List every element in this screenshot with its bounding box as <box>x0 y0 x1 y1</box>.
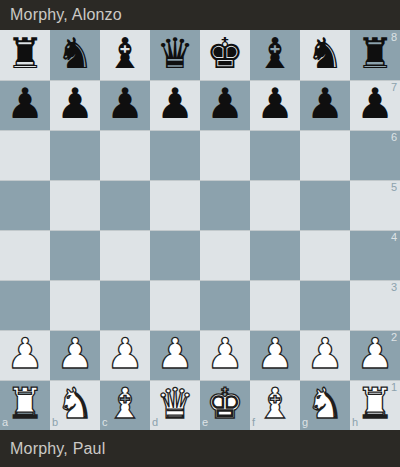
piece-black-bishop[interactable]: ♝ <box>256 33 294 75</box>
piece-black-king[interactable]: ♚ <box>206 33 244 75</box>
piece-black-pawn[interactable]: ♟ <box>256 83 294 125</box>
square-b1[interactable]: ♞b <box>50 380 100 430</box>
player-name-bottom: Morphy, Paul <box>10 440 105 458</box>
piece-white-rook[interactable]: ♜ <box>356 383 394 425</box>
square-h4[interactable]: 4 <box>350 230 400 280</box>
piece-black-pawn[interactable]: ♟ <box>156 83 194 125</box>
square-h2[interactable]: ♟2 <box>350 330 400 380</box>
square-e6[interactable] <box>200 130 250 180</box>
piece-black-pawn[interactable]: ♟ <box>356 83 394 125</box>
player-name-top: Morphy, Alonzo <box>10 6 122 24</box>
square-f4[interactable] <box>250 230 300 280</box>
piece-black-knight[interactable]: ♞ <box>306 33 344 75</box>
square-h3[interactable]: 3 <box>350 280 400 330</box>
piece-black-pawn[interactable]: ♟ <box>56 83 94 125</box>
square-h8[interactable]: ♜8 <box>350 30 400 80</box>
square-h1[interactable]: ♜1h <box>350 380 400 430</box>
square-b2[interactable]: ♟ <box>50 330 100 380</box>
square-a7[interactable]: ♟ <box>0 80 50 130</box>
square-b8[interactable]: ♞ <box>50 30 100 80</box>
piece-black-rook[interactable]: ♜ <box>6 33 44 75</box>
chess-board[interactable]: ♜♞♝♛♚♝♞♜8♟♟♟♟♟♟♟♟76543♟♟♟♟♟♟♟♟2♜a♞b♝c♛d♚… <box>0 30 400 430</box>
square-d1[interactable]: ♛d <box>150 380 200 430</box>
square-e3[interactable] <box>200 280 250 330</box>
square-b6[interactable] <box>50 130 100 180</box>
square-e7[interactable]: ♟ <box>200 80 250 130</box>
piece-white-knight[interactable]: ♞ <box>56 383 94 425</box>
square-c4[interactable] <box>100 230 150 280</box>
piece-white-pawn[interactable]: ♟ <box>206 333 244 375</box>
piece-white-pawn[interactable]: ♟ <box>156 333 194 375</box>
piece-black-pawn[interactable]: ♟ <box>6 83 44 125</box>
square-g3[interactable] <box>300 280 350 330</box>
piece-black-queen[interactable]: ♛ <box>156 33 194 75</box>
square-c6[interactable] <box>100 130 150 180</box>
piece-white-king[interactable]: ♚ <box>206 383 244 425</box>
piece-white-pawn[interactable]: ♟ <box>256 333 294 375</box>
piece-white-pawn[interactable]: ♟ <box>56 333 94 375</box>
square-d4[interactable] <box>150 230 200 280</box>
square-e5[interactable] <box>200 180 250 230</box>
piece-black-knight[interactable]: ♞ <box>56 33 94 75</box>
square-c2[interactable]: ♟ <box>100 330 150 380</box>
square-f8[interactable]: ♝ <box>250 30 300 80</box>
piece-black-pawn[interactable]: ♟ <box>106 83 144 125</box>
square-d2[interactable]: ♟ <box>150 330 200 380</box>
square-e4[interactable] <box>200 230 250 280</box>
square-h7[interactable]: ♟7 <box>350 80 400 130</box>
square-a1[interactable]: ♜a <box>0 380 50 430</box>
square-c5[interactable] <box>100 180 150 230</box>
rank-label-3: 3 <box>391 282 397 293</box>
square-a5[interactable] <box>0 180 50 230</box>
square-d7[interactable]: ♟ <box>150 80 200 130</box>
piece-white-pawn[interactable]: ♟ <box>6 333 44 375</box>
square-g8[interactable]: ♞ <box>300 30 350 80</box>
square-g7[interactable]: ♟ <box>300 80 350 130</box>
square-g2[interactable]: ♟ <box>300 330 350 380</box>
square-f5[interactable] <box>250 180 300 230</box>
square-b3[interactable] <box>50 280 100 330</box>
piece-black-pawn[interactable]: ♟ <box>306 83 344 125</box>
square-a3[interactable] <box>0 280 50 330</box>
square-g1[interactable]: ♞g <box>300 380 350 430</box>
piece-black-rook[interactable]: ♜ <box>356 33 394 75</box>
square-b7[interactable]: ♟ <box>50 80 100 130</box>
square-f1[interactable]: ♝f <box>250 380 300 430</box>
square-a4[interactable] <box>0 230 50 280</box>
square-c1[interactable]: ♝c <box>100 380 150 430</box>
square-b4[interactable] <box>50 230 100 280</box>
piece-white-bishop[interactable]: ♝ <box>106 383 144 425</box>
square-h6[interactable]: 6 <box>350 130 400 180</box>
square-d8[interactable]: ♛ <box>150 30 200 80</box>
rank-label-5: 5 <box>391 182 397 193</box>
square-f7[interactable]: ♟ <box>250 80 300 130</box>
square-e8[interactable]: ♚ <box>200 30 250 80</box>
square-f2[interactable]: ♟ <box>250 330 300 380</box>
piece-white-queen[interactable]: ♛ <box>156 383 194 425</box>
square-a2[interactable]: ♟ <box>0 330 50 380</box>
piece-white-pawn[interactable]: ♟ <box>306 333 344 375</box>
square-d5[interactable] <box>150 180 200 230</box>
square-g4[interactable] <box>300 230 350 280</box>
square-c7[interactable]: ♟ <box>100 80 150 130</box>
player-bar-top: Morphy, Alonzo <box>0 0 400 30</box>
square-a8[interactable]: ♜ <box>0 30 50 80</box>
square-d6[interactable] <box>150 130 200 180</box>
square-h5[interactable]: 5 <box>350 180 400 230</box>
square-g5[interactable] <box>300 180 350 230</box>
square-b5[interactable] <box>50 180 100 230</box>
piece-white-pawn[interactable]: ♟ <box>356 333 394 375</box>
rank-label-4: 4 <box>391 232 397 243</box>
square-f6[interactable] <box>250 130 300 180</box>
player-bar-bottom: Morphy, Paul <box>0 430 400 467</box>
rank-label-6: 6 <box>391 132 397 143</box>
square-f3[interactable] <box>250 280 300 330</box>
piece-black-bishop[interactable]: ♝ <box>106 33 144 75</box>
piece-white-bishop[interactable]: ♝ <box>256 383 294 425</box>
square-c8[interactable]: ♝ <box>100 30 150 80</box>
piece-black-pawn[interactable]: ♟ <box>206 83 244 125</box>
piece-white-pawn[interactable]: ♟ <box>106 333 144 375</box>
square-d3[interactable] <box>150 280 200 330</box>
file-label-f: f <box>252 417 255 428</box>
square-e1[interactable]: ♚e <box>200 380 250 430</box>
square-e2[interactable]: ♟ <box>200 330 250 380</box>
square-c3[interactable] <box>100 280 150 330</box>
chess-app: Morphy, Alonzo ♜♞♝♛♚♝♞♜8♟♟♟♟♟♟♟♟76543♟♟♟… <box>0 0 400 467</box>
piece-white-knight[interactable]: ♞ <box>306 383 344 425</box>
square-g6[interactable] <box>300 130 350 180</box>
piece-white-rook[interactable]: ♜ <box>6 383 44 425</box>
square-a6[interactable] <box>0 130 50 180</box>
